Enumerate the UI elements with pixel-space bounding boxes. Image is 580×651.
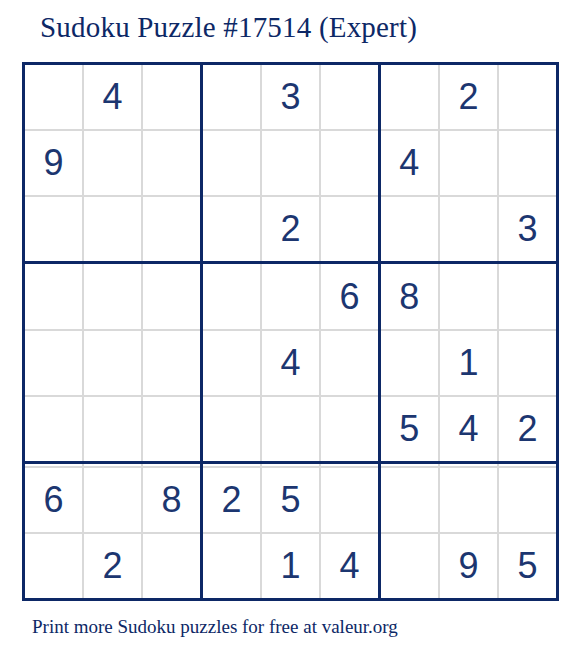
given-cell-r9c5: 1 (261, 533, 320, 600)
empty-cell-r4c9 (498, 263, 557, 330)
given-cell-r3c9: 3 (498, 196, 557, 263)
empty-cell-r5c4 (201, 330, 260, 396)
empty-cell-r1c3 (142, 64, 201, 131)
empty-cell-r8c6 (320, 467, 379, 533)
sudoku-grid-body: 43294236841542682521495 (24, 64, 558, 600)
empty-cell-r6c1 (24, 396, 83, 463)
empty-cell-r6c2 (83, 396, 142, 463)
given-cell-r8c5: 5 (261, 467, 320, 533)
given-cell-r5c5: 4 (261, 330, 320, 396)
given-cell-r2c1: 9 (24, 130, 83, 196)
given-cell-r9c6: 4 (320, 533, 379, 600)
given-cell-r6c8: 4 (439, 396, 498, 463)
empty-cell-r4c5 (261, 263, 320, 330)
grid-row-2: 94 (24, 130, 558, 196)
given-cell-r1c8: 2 (439, 64, 498, 131)
given-cell-r4c7: 8 (379, 263, 438, 330)
given-cell-r2c7: 4 (379, 130, 438, 196)
grid-row-1: 432 (24, 64, 558, 131)
empty-cell-r9c1 (24, 533, 83, 600)
given-cell-r3c5: 2 (261, 196, 320, 263)
given-cell-r9c8: 9 (439, 533, 498, 600)
empty-cell-r3c7 (379, 196, 438, 263)
given-cell-r8c1: 6 (24, 467, 83, 533)
grid-row-9: 21495 (24, 533, 558, 600)
empty-cell-r2c9 (498, 130, 557, 196)
sudoku-page: Sudoku Puzzle #17514 (Expert) 4329423684… (0, 0, 580, 651)
empty-cell-r5c7 (379, 330, 438, 396)
empty-cell-r9c7 (379, 533, 438, 600)
empty-cell-r4c3 (142, 263, 201, 330)
empty-cell-r1c1 (24, 64, 83, 131)
empty-cell-r4c1 (24, 263, 83, 330)
footer-credit: Print more Sudoku puzzles for free at va… (32, 616, 398, 638)
given-cell-r1c5: 3 (261, 64, 320, 131)
empty-cell-r8c7 (379, 467, 438, 533)
empty-cell-r2c6 (320, 130, 379, 196)
empty-cell-r3c4 (201, 196, 260, 263)
given-cell-r9c9: 5 (498, 533, 557, 600)
empty-cell-r5c9 (498, 330, 557, 396)
empty-cell-r2c2 (83, 130, 142, 196)
empty-cell-r9c4 (201, 533, 260, 600)
empty-cell-r3c2 (83, 196, 142, 263)
empty-cell-r2c5 (261, 130, 320, 196)
grid-row-4: 68 (24, 263, 558, 330)
empty-cell-r5c2 (83, 330, 142, 396)
empty-cell-r3c6 (320, 196, 379, 263)
empty-cell-r4c4 (201, 263, 260, 330)
empty-cell-r4c2 (83, 263, 142, 330)
empty-cell-r5c3 (142, 330, 201, 396)
empty-cell-r9c3 (142, 533, 201, 600)
given-cell-r4c6: 6 (320, 263, 379, 330)
empty-cell-r8c8 (439, 467, 498, 533)
empty-cell-r1c6 (320, 64, 379, 131)
empty-cell-r5c6 (320, 330, 379, 396)
empty-cell-r5c1 (24, 330, 83, 396)
empty-cell-r8c9 (498, 467, 557, 533)
empty-cell-r2c8 (439, 130, 498, 196)
empty-cell-r6c6 (320, 396, 379, 463)
empty-cell-r1c4 (201, 64, 260, 131)
empty-cell-r1c7 (379, 64, 438, 131)
empty-cell-r2c4 (201, 130, 260, 196)
empty-cell-r4c8 (439, 263, 498, 330)
grid-row-6: 542 (24, 396, 558, 463)
empty-cell-r2c3 (142, 130, 201, 196)
empty-cell-r3c3 (142, 196, 201, 263)
given-cell-r6c7: 5 (379, 396, 438, 463)
grid-row-3: 23 (24, 196, 558, 263)
given-cell-r8c3: 8 (142, 467, 201, 533)
empty-cell-r6c5 (261, 396, 320, 463)
given-cell-r8c4: 2 (201, 467, 260, 533)
empty-cell-r1c9 (498, 64, 557, 131)
empty-cell-r3c8 (439, 196, 498, 263)
given-cell-r6c9: 2 (498, 396, 557, 463)
empty-cell-r8c2 (83, 467, 142, 533)
empty-cell-r6c4 (201, 396, 260, 463)
grid-row-5: 41 (24, 330, 558, 396)
given-cell-r1c2: 4 (83, 64, 142, 131)
grid-row-8: 6825 (24, 467, 558, 533)
puzzle-title: Sudoku Puzzle #17514 (Expert) (40, 11, 417, 44)
given-cell-r9c2: 2 (83, 533, 142, 600)
empty-cell-r6c3 (142, 396, 201, 463)
given-cell-r5c8: 1 (439, 330, 498, 396)
empty-cell-r3c1 (24, 196, 83, 263)
sudoku-grid: 43294236841542682521495 (22, 62, 559, 601)
